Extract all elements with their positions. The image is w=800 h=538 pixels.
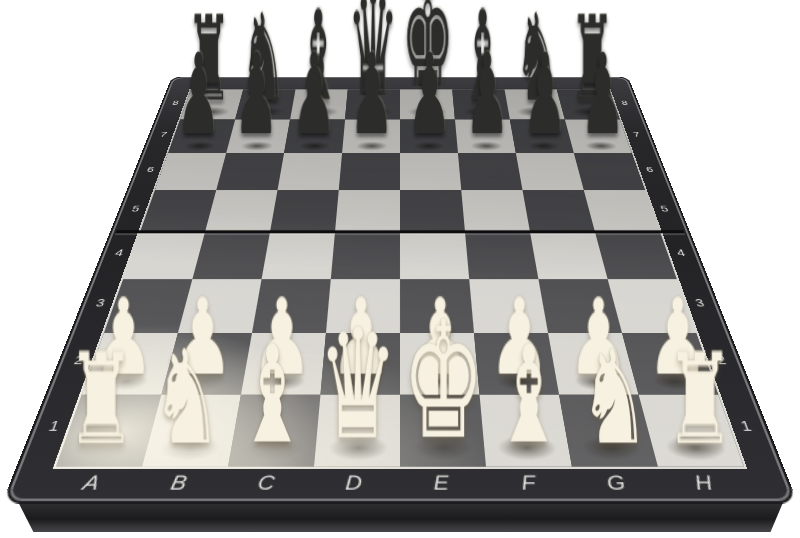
- rank-label-right-8: 8: [616, 98, 633, 108]
- square-f1[interactable]: ♝: [480, 395, 572, 467]
- white-bishop-f1[interactable]: ♝: [493, 328, 564, 462]
- white-king-e1[interactable]: ♚: [401, 301, 484, 462]
- file-label-g: G: [570, 470, 663, 497]
- square-d6[interactable]: [339, 153, 400, 190]
- square-a4[interactable]: [123, 232, 205, 279]
- square-d7[interactable]: ♟: [342, 120, 400, 153]
- square-a6[interactable]: [155, 153, 226, 190]
- square-c6[interactable]: [277, 153, 342, 190]
- white-rook-a1[interactable]: ♜: [65, 335, 136, 461]
- square-b4[interactable]: [192, 232, 270, 279]
- chess-board: ♜♞♝♛♚♝♞♜♟♟♟♟♟♟♟♟♟♟♟♟♟♟♟♟♜♞♝♛♚♝♞♜ 8765432…: [9, 78, 791, 498]
- white-rook-h1[interactable]: ♜: [664, 335, 735, 461]
- file-label-h: H: [656, 470, 752, 497]
- square-h5[interactable]: [584, 190, 660, 232]
- file-label-c: C: [220, 470, 311, 497]
- square-c1[interactable]: ♝: [228, 395, 320, 467]
- square-e5[interactable]: [400, 190, 465, 232]
- square-g6[interactable]: [516, 153, 584, 190]
- black-pawn-g7[interactable]: ♟: [522, 39, 567, 151]
- rank-label-right-1: 1: [732, 415, 761, 439]
- square-h7[interactable]: ♟: [565, 120, 632, 153]
- white-queen-d1[interactable]: ♛: [317, 310, 397, 462]
- black-pawn-b7[interactable]: ♟: [233, 39, 278, 151]
- square-b5[interactable]: [205, 190, 277, 232]
- square-b6[interactable]: [216, 153, 284, 190]
- rank-label-right-7: 7: [627, 129, 645, 140]
- square-d5[interactable]: [335, 190, 400, 232]
- square-a7[interactable]: ♟: [168, 120, 235, 153]
- rank-label-right-6: 6: [640, 163, 659, 176]
- black-pawn-h7[interactable]: ♟: [580, 39, 625, 151]
- square-g7[interactable]: ♟: [510, 120, 574, 153]
- square-g1[interactable]: ♞: [559, 395, 658, 467]
- square-g5[interactable]: [523, 190, 595, 232]
- chess-set-photo: ♜♞♝♛♚♝♞♜♟♟♟♟♟♟♟♟♟♟♟♟♟♟♟♟♜♞♝♛♚♝♞♜ 8765432…: [0, 0, 800, 538]
- black-pawn-a7[interactable]: ♟: [176, 39, 221, 151]
- file-label-a: A: [42, 470, 138, 497]
- square-c7[interactable]: ♟: [284, 120, 345, 153]
- square-g4[interactable]: [530, 232, 608, 279]
- square-h1[interactable]: ♜: [639, 395, 744, 467]
- square-b1[interactable]: ♞: [142, 395, 241, 467]
- black-pawn-e7[interactable]: ♟: [407, 39, 452, 151]
- rank-label-left-6: 6: [141, 163, 160, 176]
- black-pawn-f7[interactable]: ♟: [464, 39, 509, 151]
- square-e7[interactable]: ♟: [400, 120, 458, 153]
- white-knight-b1[interactable]: ♞: [151, 331, 222, 461]
- square-b7[interactable]: ♟: [226, 120, 290, 153]
- square-d1[interactable]: ♛: [314, 395, 400, 467]
- file-label-b: B: [131, 470, 225, 497]
- square-f7[interactable]: ♟: [455, 120, 516, 153]
- square-h4[interactable]: [595, 232, 677, 279]
- rank-label-left-5: 5: [125, 202, 146, 216]
- black-pawn-c7[interactable]: ♟: [291, 39, 336, 151]
- white-knight-g1[interactable]: ♞: [578, 331, 649, 461]
- rank-label-right-4: 4: [670, 245, 692, 261]
- white-bishop-c1[interactable]: ♝: [236, 328, 307, 462]
- square-c5[interactable]: [270, 190, 339, 232]
- square-e6[interactable]: [400, 153, 461, 190]
- square-a5[interactable]: [140, 190, 216, 232]
- square-h6[interactable]: [574, 153, 645, 190]
- file-label-d: D: [309, 470, 398, 497]
- file-label-f: F: [484, 470, 575, 497]
- perspective-scene: ♜♞♝♛♚♝♞♜♟♟♟♟♟♟♟♟♟♟♟♟♟♟♟♟♜♞♝♛♚♝♞♜ 8765432…: [0, 0, 800, 538]
- rank-label-left-4: 4: [108, 245, 130, 261]
- square-c4[interactable]: [262, 232, 335, 279]
- black-pawn-d7[interactable]: ♟: [349, 39, 394, 151]
- square-e4[interactable]: [400, 232, 469, 279]
- rank-label-left-7: 7: [154, 129, 172, 140]
- file-label-e: E: [397, 470, 486, 497]
- square-e1[interactable]: ♚: [400, 395, 486, 467]
- square-d4[interactable]: [331, 232, 400, 279]
- board-squares: ♜♞♝♛♚♝♞♜♟♟♟♟♟♟♟♟♟♟♟♟♟♟♟♟♜♞♝♛♚♝♞♜: [53, 89, 748, 469]
- square-f4[interactable]: [465, 232, 538, 279]
- rank-label-left-1: 1: [39, 415, 68, 439]
- square-f5[interactable]: [461, 190, 530, 232]
- rank-label-right-5: 5: [654, 202, 675, 216]
- square-f6[interactable]: [458, 153, 523, 190]
